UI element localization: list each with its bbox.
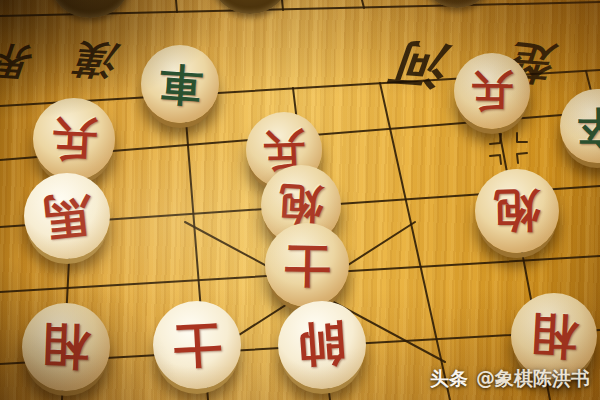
piece-character: 炮 bbox=[494, 188, 541, 235]
piece-character: 相 bbox=[529, 311, 578, 360]
piece-character: 馬 bbox=[41, 190, 93, 242]
piece-black-chariot[interactable]: 車 bbox=[141, 45, 219, 123]
piece-character: 帥 bbox=[296, 319, 347, 370]
piece-red-horse[interactable]: 馬 bbox=[24, 173, 110, 259]
piece-red-general[interactable]: 帥 bbox=[278, 301, 366, 389]
piece-red-advisor-2[interactable]: 士 bbox=[153, 301, 241, 389]
watermark: 头条 @象棋陈洪书 bbox=[430, 366, 590, 392]
piece-character: 相 bbox=[41, 322, 91, 372]
piece-character: 士 bbox=[284, 242, 331, 289]
piece-character: 卒 bbox=[577, 106, 600, 147]
xiangqi-board-photo: 界漢河楚 車兵兵兵卒馬炮炮士相士帥相 头条 @象棋陈洪书 bbox=[0, 0, 600, 400]
piece-character: 炮 bbox=[278, 182, 324, 228]
watermark-brand: 头条 bbox=[430, 366, 468, 392]
piece-character: 兵 bbox=[471, 70, 514, 113]
piece-character: 兵 bbox=[50, 115, 97, 162]
watermark-handle: @象棋陈洪书 bbox=[476, 366, 590, 392]
soldier-point-marker bbox=[490, 133, 527, 164]
piece-red-soldier-3[interactable]: 兵 bbox=[454, 53, 530, 129]
piece-character: 車 bbox=[157, 61, 203, 107]
piece-red-elephant-1[interactable]: 相 bbox=[22, 303, 110, 391]
piece-red-cannon-2[interactable]: 炮 bbox=[475, 169, 559, 253]
piece-red-advisor-1[interactable]: 士 bbox=[265, 223, 349, 307]
piece-red-soldier-1[interactable]: 兵 bbox=[33, 98, 115, 180]
piece-character: 士 bbox=[172, 320, 222, 370]
